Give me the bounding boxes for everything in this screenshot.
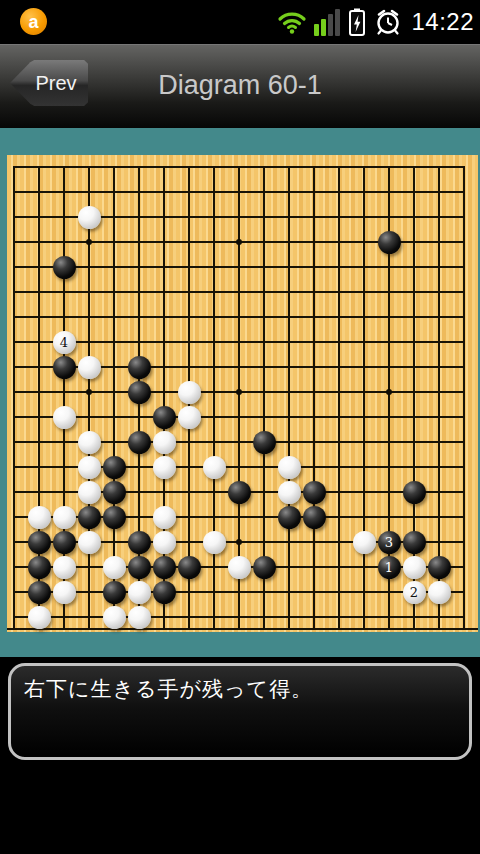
go-stone-black bbox=[128, 531, 151, 554]
grid-line-vertical bbox=[213, 166, 215, 630]
status-bar: a 14:22 bbox=[0, 0, 480, 44]
app-logo-letter: a bbox=[28, 13, 38, 31]
go-stone-white bbox=[128, 606, 151, 629]
go-stone-white bbox=[128, 581, 151, 604]
go-stone-white bbox=[353, 531, 376, 554]
grid-line-horizontal bbox=[13, 416, 465, 418]
go-stone-black bbox=[278, 506, 301, 529]
grid-line-horizontal bbox=[13, 591, 465, 593]
go-stone-black bbox=[153, 581, 176, 604]
go-stone-white bbox=[203, 531, 226, 554]
grid-line-vertical bbox=[363, 166, 365, 630]
go-stone-black bbox=[53, 531, 76, 554]
go-stone-white bbox=[153, 531, 176, 554]
go-stone-black bbox=[78, 506, 101, 529]
go-stone-white bbox=[278, 456, 301, 479]
go-stone-white bbox=[153, 431, 176, 454]
star-point bbox=[236, 389, 242, 395]
go-stone-white bbox=[103, 606, 126, 629]
star-point bbox=[386, 389, 392, 395]
go-stone-black bbox=[28, 581, 51, 604]
board-section: 4312 bbox=[0, 128, 480, 657]
go-stone-black bbox=[128, 431, 151, 454]
go-stone-black bbox=[53, 356, 76, 379]
alarm-clock-icon bbox=[374, 8, 402, 36]
go-stone-white bbox=[403, 556, 426, 579]
go-stone-white bbox=[53, 406, 76, 429]
go-stone-white bbox=[178, 406, 201, 429]
go-stone-black bbox=[228, 481, 251, 504]
app-logo-icon: a bbox=[20, 8, 47, 35]
battery-charging-icon bbox=[347, 7, 367, 37]
go-stone-black: 3 bbox=[378, 531, 401, 554]
go-stone-white bbox=[78, 481, 101, 504]
go-stone-black bbox=[253, 431, 276, 454]
grid-line-vertical bbox=[288, 166, 290, 630]
go-stone-white bbox=[228, 556, 251, 579]
go-stone-white bbox=[28, 606, 51, 629]
go-stone-white: 4 bbox=[53, 331, 76, 354]
bottom-controls: A bbox=[0, 760, 480, 854]
go-stone-white bbox=[178, 381, 201, 404]
status-bar-icons: 14:22 bbox=[277, 0, 474, 44]
go-stone-black bbox=[253, 556, 276, 579]
go-stone-black bbox=[178, 556, 201, 579]
move-number-label: 3 bbox=[385, 536, 393, 549]
go-stone-white bbox=[153, 456, 176, 479]
grid-line-horizontal bbox=[13, 616, 465, 618]
go-stone-black bbox=[128, 556, 151, 579]
signal-strength-icon bbox=[314, 9, 340, 36]
go-stone-black bbox=[378, 231, 401, 254]
grid-line-vertical bbox=[13, 166, 15, 630]
go-board: 4312 bbox=[7, 155, 478, 632]
go-stone-black bbox=[428, 556, 451, 579]
go-stone-white bbox=[78, 356, 101, 379]
go-stone-white bbox=[78, 531, 101, 554]
header: Diagram 60-1 Prev bbox=[0, 44, 480, 128]
go-stone-black bbox=[103, 481, 126, 504]
go-stone-white bbox=[53, 556, 76, 579]
go-stone-white bbox=[78, 456, 101, 479]
go-stone-black bbox=[153, 556, 176, 579]
go-stone-white bbox=[278, 481, 301, 504]
go-stone-black bbox=[28, 556, 51, 579]
go-stone-black bbox=[103, 456, 126, 479]
go-stone-black bbox=[128, 356, 151, 379]
move-number-label: 2 bbox=[410, 586, 418, 599]
go-stone-black bbox=[28, 531, 51, 554]
go-stone-black bbox=[128, 381, 151, 404]
move-number-label: 4 bbox=[60, 336, 68, 349]
caption-text: 右下に生きる手が残って得。 bbox=[11, 666, 469, 712]
star-point bbox=[86, 239, 92, 245]
grid-line-vertical bbox=[313, 166, 315, 630]
move-number-label: 1 bbox=[385, 561, 393, 574]
clock-time: 14:22 bbox=[411, 8, 474, 36]
go-stone-black bbox=[153, 406, 176, 429]
go-stone-white bbox=[78, 431, 101, 454]
go-stone-white bbox=[78, 206, 101, 229]
go-stone-white bbox=[53, 581, 76, 604]
grid-line-vertical bbox=[88, 166, 90, 630]
star-point bbox=[236, 239, 242, 245]
go-stone-white: 2 bbox=[403, 581, 426, 604]
wifi-icon bbox=[277, 10, 307, 34]
go-stone-black bbox=[403, 531, 426, 554]
go-stone-black bbox=[103, 506, 126, 529]
grid-line-vertical bbox=[338, 166, 340, 630]
go-stone-white bbox=[53, 506, 76, 529]
go-stone-white bbox=[428, 581, 451, 604]
go-stone-white bbox=[28, 506, 51, 529]
go-stone-black bbox=[103, 581, 126, 604]
go-stone-white bbox=[103, 556, 126, 579]
go-stone-black bbox=[53, 256, 76, 279]
star-point bbox=[236, 539, 242, 545]
go-stone-white bbox=[203, 456, 226, 479]
star-point bbox=[86, 389, 92, 395]
go-stone-white bbox=[153, 506, 176, 529]
go-stone-black bbox=[303, 481, 326, 504]
go-stone-black bbox=[303, 506, 326, 529]
caption-box: 右下に生きる手が残って得。 bbox=[8, 663, 472, 760]
go-stone-black: 1 bbox=[378, 556, 401, 579]
grid-line-vertical bbox=[463, 166, 465, 630]
board-bottom-edge-line bbox=[7, 628, 478, 630]
go-stone-black bbox=[403, 481, 426, 504]
